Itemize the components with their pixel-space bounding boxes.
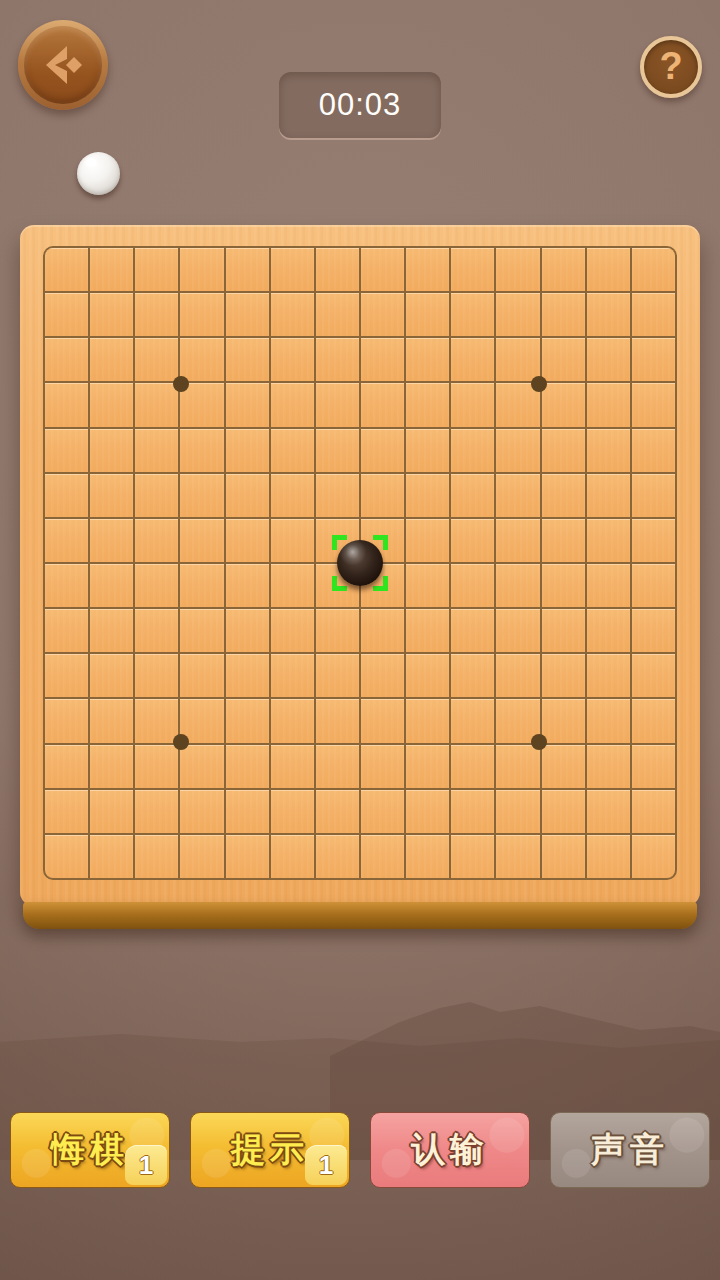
star-point	[531, 734, 547, 750]
hint-count-badge: 1	[305, 1145, 347, 1185]
gomoku-board	[20, 225, 700, 931]
back-button[interactable]	[18, 20, 108, 110]
board-front-edge	[23, 902, 697, 929]
black-stone[interactable]	[337, 540, 383, 586]
timer-value: 00:03	[319, 87, 402, 123]
star-point	[173, 376, 189, 392]
hint-button[interactable]: 提示 1	[190, 1112, 350, 1188]
resign-button[interactable]: 认输	[370, 1112, 530, 1188]
sound-button[interactable]: 声音	[550, 1112, 710, 1188]
game-screen: 00:03 ? 悔棋 1 提示 1 认输 声音	[0, 0, 720, 1280]
undo-button-label: 悔棋	[51, 1127, 129, 1173]
turn-indicator-white-stone	[77, 152, 120, 195]
undo-count-badge: 1	[125, 1145, 167, 1185]
undo-button[interactable]: 悔棋 1	[10, 1112, 170, 1188]
star-point	[531, 376, 547, 392]
star-point	[173, 734, 189, 750]
sound-button-label: 声音	[591, 1127, 669, 1173]
timer: 00:03	[279, 72, 441, 138]
hint-button-label: 提示	[231, 1127, 309, 1173]
back-button-face	[24, 26, 102, 104]
back-arrow-icon	[37, 39, 89, 91]
board-overlay	[45, 248, 675, 878]
resign-button-label: 认输	[411, 1127, 489, 1173]
help-button[interactable]: ?	[640, 36, 702, 98]
